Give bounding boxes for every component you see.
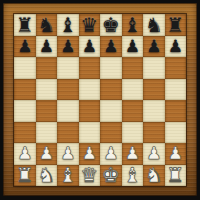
square-f8[interactable]: ♝ bbox=[122, 14, 144, 36]
square-c6[interactable] bbox=[57, 57, 79, 79]
piece-black-knight[interactable]: ♞ bbox=[145, 14, 163, 34]
square-e2[interactable]: ♟ bbox=[100, 143, 122, 165]
piece-white-bishop[interactable]: ♝ bbox=[59, 165, 77, 185]
square-d6[interactable] bbox=[79, 57, 101, 79]
square-a2[interactable]: ♟ bbox=[14, 143, 36, 165]
square-e1[interactable]: ♚ bbox=[100, 165, 122, 187]
piece-black-queen[interactable]: ♛ bbox=[80, 14, 98, 34]
square-h3[interactable] bbox=[165, 122, 187, 144]
square-c3[interactable] bbox=[57, 122, 79, 144]
square-d1[interactable]: ♛ bbox=[79, 165, 101, 187]
piece-black-pawn[interactable]: ♟ bbox=[39, 37, 54, 54]
square-g7[interactable]: ♟ bbox=[143, 36, 165, 58]
square-d4[interactable] bbox=[79, 100, 101, 122]
square-a5[interactable] bbox=[14, 79, 36, 101]
square-f6[interactable] bbox=[122, 57, 144, 79]
piece-white-pawn[interactable]: ♟ bbox=[39, 145, 54, 162]
piece-black-bishop[interactable]: ♝ bbox=[123, 14, 141, 34]
square-c7[interactable]: ♟ bbox=[57, 36, 79, 58]
square-g6[interactable] bbox=[143, 57, 165, 79]
square-h7[interactable]: ♟ bbox=[165, 36, 187, 58]
square-e4[interactable] bbox=[100, 100, 122, 122]
piece-black-rook[interactable]: ♜ bbox=[166, 14, 184, 34]
square-c5[interactable] bbox=[57, 79, 79, 101]
square-h1[interactable]: ♜ bbox=[165, 165, 187, 187]
square-g8[interactable]: ♞ bbox=[143, 14, 165, 36]
square-c4[interactable] bbox=[57, 100, 79, 122]
piece-black-pawn[interactable]: ♟ bbox=[146, 37, 161, 54]
square-g4[interactable] bbox=[143, 100, 165, 122]
piece-white-knight[interactable]: ♞ bbox=[37, 165, 55, 185]
square-a1[interactable]: ♜ bbox=[14, 165, 36, 187]
square-c2[interactable]: ♟ bbox=[57, 143, 79, 165]
square-e8[interactable]: ♚ bbox=[100, 14, 122, 36]
square-f2[interactable]: ♟ bbox=[122, 143, 144, 165]
piece-white-queen[interactable]: ♛ bbox=[80, 165, 98, 185]
piece-black-rook[interactable]: ♜ bbox=[16, 14, 34, 34]
square-f4[interactable] bbox=[122, 100, 144, 122]
square-e3[interactable] bbox=[100, 122, 122, 144]
square-b5[interactable] bbox=[36, 79, 58, 101]
chess-board[interactable]: ♜♞♝♛♚♝♞♜♟♟♟♟♟♟♟♟♟♟♟♟♟♟♟♟♜♞♝♛♚♝♞♜ bbox=[14, 14, 186, 186]
piece-black-bishop[interactable]: ♝ bbox=[59, 14, 77, 34]
square-e6[interactable] bbox=[100, 57, 122, 79]
chess-app-window: ♜♞♝♛♚♝♞♜♟♟♟♟♟♟♟♟♟♟♟♟♟♟♟♟♜♞♝♛♚♝♞♜ bbox=[0, 0, 200, 200]
square-f1[interactable]: ♝ bbox=[122, 165, 144, 187]
piece-white-bishop[interactable]: ♝ bbox=[123, 165, 141, 185]
square-e7[interactable]: ♟ bbox=[100, 36, 122, 58]
piece-black-pawn[interactable]: ♟ bbox=[125, 37, 140, 54]
piece-black-pawn[interactable]: ♟ bbox=[103, 37, 118, 54]
square-c1[interactable]: ♝ bbox=[57, 165, 79, 187]
square-e5[interactable] bbox=[100, 79, 122, 101]
piece-white-king[interactable]: ♚ bbox=[102, 165, 120, 185]
piece-white-pawn[interactable]: ♟ bbox=[103, 145, 118, 162]
square-d3[interactable] bbox=[79, 122, 101, 144]
square-d8[interactable]: ♛ bbox=[79, 14, 101, 36]
piece-white-pawn[interactable]: ♟ bbox=[17, 145, 32, 162]
piece-black-king[interactable]: ♚ bbox=[102, 14, 120, 34]
piece-black-knight[interactable]: ♞ bbox=[37, 14, 55, 34]
square-a8[interactable]: ♜ bbox=[14, 14, 36, 36]
square-g3[interactable] bbox=[143, 122, 165, 144]
square-d2[interactable]: ♟ bbox=[79, 143, 101, 165]
piece-white-pawn[interactable]: ♟ bbox=[125, 145, 140, 162]
piece-white-pawn[interactable]: ♟ bbox=[168, 145, 183, 162]
square-b6[interactable] bbox=[36, 57, 58, 79]
piece-black-pawn[interactable]: ♟ bbox=[60, 37, 75, 54]
square-g2[interactable]: ♟ bbox=[143, 143, 165, 165]
square-h2[interactable]: ♟ bbox=[165, 143, 187, 165]
piece-black-pawn[interactable]: ♟ bbox=[168, 37, 183, 54]
piece-white-rook[interactable]: ♜ bbox=[16, 165, 34, 185]
square-g1[interactable]: ♞ bbox=[143, 165, 165, 187]
square-b7[interactable]: ♟ bbox=[36, 36, 58, 58]
square-f5[interactable] bbox=[122, 79, 144, 101]
square-g5[interactable] bbox=[143, 79, 165, 101]
piece-white-pawn[interactable]: ♟ bbox=[146, 145, 161, 162]
square-a7[interactable]: ♟ bbox=[14, 36, 36, 58]
square-b1[interactable]: ♞ bbox=[36, 165, 58, 187]
square-d5[interactable] bbox=[79, 79, 101, 101]
square-h8[interactable]: ♜ bbox=[165, 14, 187, 36]
square-c8[interactable]: ♝ bbox=[57, 14, 79, 36]
square-b3[interactable] bbox=[36, 122, 58, 144]
square-b2[interactable]: ♟ bbox=[36, 143, 58, 165]
piece-white-pawn[interactable]: ♟ bbox=[82, 145, 97, 162]
piece-white-knight[interactable]: ♞ bbox=[145, 165, 163, 185]
square-d7[interactable]: ♟ bbox=[79, 36, 101, 58]
piece-black-pawn[interactable]: ♟ bbox=[82, 37, 97, 54]
piece-black-pawn[interactable]: ♟ bbox=[17, 37, 32, 54]
square-h5[interactable] bbox=[165, 79, 187, 101]
piece-white-pawn[interactable]: ♟ bbox=[60, 145, 75, 162]
square-f3[interactable] bbox=[122, 122, 144, 144]
square-a6[interactable] bbox=[14, 57, 36, 79]
square-f7[interactable]: ♟ bbox=[122, 36, 144, 58]
square-b8[interactable]: ♞ bbox=[36, 14, 58, 36]
square-a4[interactable] bbox=[14, 100, 36, 122]
square-a3[interactable] bbox=[14, 122, 36, 144]
piece-white-rook[interactable]: ♜ bbox=[166, 165, 184, 185]
square-h6[interactable] bbox=[165, 57, 187, 79]
square-b4[interactable] bbox=[36, 100, 58, 122]
square-h4[interactable] bbox=[165, 100, 187, 122]
